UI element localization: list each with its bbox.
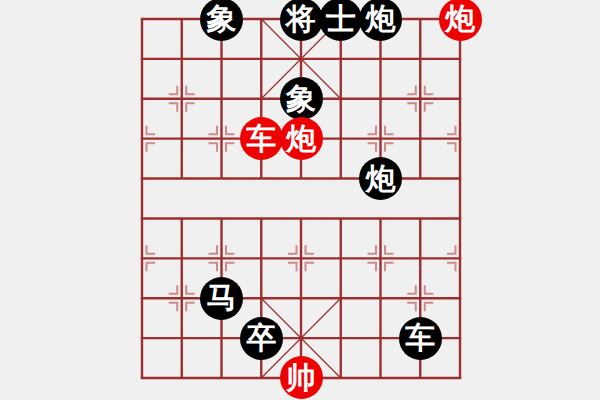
- piece-red-cannon-2[interactable]: 炮: [280, 117, 323, 160]
- piece-black-pawn[interactable]: 卒: [240, 317, 283, 360]
- piece-red-general[interactable]: 帅: [280, 356, 323, 399]
- piece-black-chariot[interactable]: 车: [399, 317, 442, 360]
- piece-black-elephant-1[interactable]: 象: [200, 0, 243, 41]
- piece-red-chariot[interactable]: 车: [240, 117, 283, 160]
- board-intersections[interactable]: 象将士炮炮象车炮炮马卒车帅: [122, 0, 480, 398]
- piece-black-advisor[interactable]: 士: [319, 0, 362, 41]
- piece-black-general[interactable]: 将: [280, 0, 323, 41]
- xiangqi-board: 象将士炮炮象车炮炮马卒车帅: [0, 0, 600, 400]
- piece-black-elephant-2[interactable]: 象: [280, 77, 323, 120]
- piece-black-cannon-1[interactable]: 炮: [359, 0, 402, 41]
- piece-black-horse[interactable]: 马: [200, 277, 243, 320]
- piece-black-cannon-2[interactable]: 炮: [359, 157, 402, 200]
- piece-red-cannon-1[interactable]: 炮: [439, 0, 482, 41]
